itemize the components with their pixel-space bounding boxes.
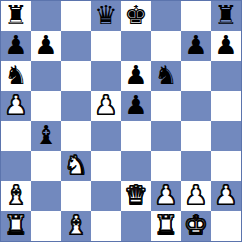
- square-c5[interactable]: [61, 91, 91, 121]
- square-e6[interactable]: ♟: [121, 61, 151, 91]
- square-d7[interactable]: [91, 31, 121, 61]
- square-c1[interactable]: ♝: [61, 211, 91, 241]
- black-pawn-piece: ♟: [4, 32, 27, 58]
- square-a4[interactable]: [1, 121, 31, 151]
- white-rook-piece: ♜: [154, 212, 177, 238]
- square-b2[interactable]: [31, 181, 61, 211]
- square-g8[interactable]: [181, 1, 211, 31]
- square-a7[interactable]: ♟: [1, 31, 31, 61]
- square-f4[interactable]: [151, 121, 181, 151]
- black-pawn-piece: ♟: [124, 92, 147, 118]
- square-h1[interactable]: [211, 211, 241, 241]
- square-c4[interactable]: [61, 121, 91, 151]
- square-h6[interactable]: [211, 61, 241, 91]
- white-bishop-piece: ♝: [64, 212, 87, 238]
- square-f5[interactable]: [151, 91, 181, 121]
- white-pawn-piece: ♟: [154, 182, 177, 208]
- square-h3[interactable]: [211, 151, 241, 181]
- square-c8[interactable]: [61, 1, 91, 31]
- square-h8[interactable]: ♜: [211, 1, 241, 31]
- black-knight-piece: ♞: [154, 62, 177, 88]
- square-e5[interactable]: ♟: [121, 91, 151, 121]
- black-knight-piece: ♞: [4, 62, 27, 88]
- square-b3[interactable]: [31, 151, 61, 181]
- white-knight-piece: ♞: [64, 152, 87, 178]
- square-c2[interactable]: [61, 181, 91, 211]
- square-f2[interactable]: ♟: [151, 181, 181, 211]
- black-bishop-piece: ♝: [34, 122, 57, 148]
- black-pawn-piece: ♟: [34, 32, 57, 58]
- square-a3[interactable]: [1, 151, 31, 181]
- black-king-piece: ♚: [124, 2, 147, 28]
- square-g3[interactable]: [181, 151, 211, 181]
- square-f7[interactable]: [151, 31, 181, 61]
- black-queen-piece: ♛: [94, 2, 117, 28]
- square-h5[interactable]: [211, 91, 241, 121]
- white-pawn-piece: ♟: [94, 92, 117, 118]
- chess-board: ♜♛♚♜♟♟♟♟♞♟♞♟♟♟♝♞♝♛♟♟♟♜♝♜♚: [0, 0, 242, 242]
- square-d2[interactable]: [91, 181, 121, 211]
- square-g7[interactable]: ♟: [181, 31, 211, 61]
- square-b7[interactable]: ♟: [31, 31, 61, 61]
- square-g2[interactable]: ♟: [181, 181, 211, 211]
- square-g5[interactable]: [181, 91, 211, 121]
- square-d5[interactable]: ♟: [91, 91, 121, 121]
- square-b5[interactable]: [31, 91, 61, 121]
- square-d3[interactable]: [91, 151, 121, 181]
- white-bishop-piece: ♝: [4, 182, 27, 208]
- white-rook-piece: ♜: [4, 212, 27, 238]
- square-e4[interactable]: [121, 121, 151, 151]
- white-king-piece: ♚: [184, 212, 207, 238]
- black-pawn-piece: ♟: [124, 62, 147, 88]
- white-pawn-piece: ♟: [184, 182, 207, 208]
- black-pawn-piece: ♟: [214, 32, 237, 58]
- square-d6[interactable]: [91, 61, 121, 91]
- square-h4[interactable]: [211, 121, 241, 151]
- square-a6[interactable]: ♞: [1, 61, 31, 91]
- square-d1[interactable]: [91, 211, 121, 241]
- square-b4[interactable]: ♝: [31, 121, 61, 151]
- square-b6[interactable]: [31, 61, 61, 91]
- square-e7[interactable]: [121, 31, 151, 61]
- square-f3[interactable]: [151, 151, 181, 181]
- square-e3[interactable]: [121, 151, 151, 181]
- black-rook-piece: ♜: [4, 2, 27, 28]
- square-a5[interactable]: ♟: [1, 91, 31, 121]
- black-pawn-piece: ♟: [184, 32, 207, 58]
- square-b1[interactable]: [31, 211, 61, 241]
- square-a2[interactable]: ♝: [1, 181, 31, 211]
- square-f1[interactable]: ♜: [151, 211, 181, 241]
- white-queen-piece: ♛: [124, 182, 147, 208]
- square-c3[interactable]: ♞: [61, 151, 91, 181]
- square-a8[interactable]: ♜: [1, 1, 31, 31]
- square-d4[interactable]: [91, 121, 121, 151]
- square-g1[interactable]: ♚: [181, 211, 211, 241]
- square-h7[interactable]: ♟: [211, 31, 241, 61]
- square-f8[interactable]: [151, 1, 181, 31]
- square-e8[interactable]: ♚: [121, 1, 151, 31]
- square-f6[interactable]: ♞: [151, 61, 181, 91]
- white-pawn-piece: ♟: [214, 182, 237, 208]
- square-g6[interactable]: [181, 61, 211, 91]
- square-d8[interactable]: ♛: [91, 1, 121, 31]
- square-c7[interactable]: [61, 31, 91, 61]
- square-e1[interactable]: [121, 211, 151, 241]
- square-g4[interactable]: [181, 121, 211, 151]
- square-h2[interactable]: ♟: [211, 181, 241, 211]
- square-a1[interactable]: ♜: [1, 211, 31, 241]
- white-pawn-piece: ♟: [4, 92, 27, 118]
- square-b8[interactable]: [31, 1, 61, 31]
- square-c6[interactable]: [61, 61, 91, 91]
- square-e2[interactable]: ♛: [121, 181, 151, 211]
- black-rook-piece: ♜: [214, 2, 237, 28]
